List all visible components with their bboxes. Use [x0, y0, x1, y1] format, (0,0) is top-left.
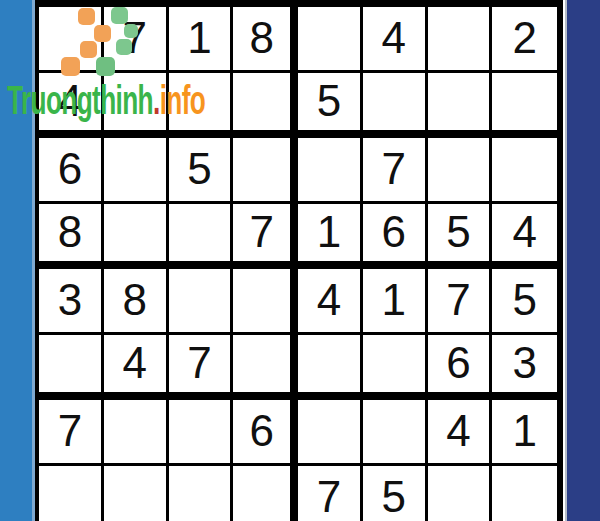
cell-r8c4 — [233, 466, 298, 521]
cell-r5c3 — [169, 269, 234, 335]
watermark-text: Truongthinh.info — [7, 77, 205, 124]
logo-square-green-4 — [96, 57, 115, 76]
cell-r7c3 — [169, 400, 234, 466]
cell-r7c2 — [104, 400, 169, 466]
cell-r7c7: 4 — [428, 400, 493, 466]
cell-r8c1 — [39, 466, 104, 521]
logo-square-green-3 — [116, 39, 132, 55]
logo-square-orange-3 — [80, 41, 97, 58]
cell-r5c2: 8 — [104, 269, 169, 335]
cell-r8c8 — [492, 466, 557, 521]
cell-r4c2 — [104, 204, 169, 270]
cell-r3c4 — [233, 138, 298, 204]
watermark-tld: info — [160, 77, 206, 123]
cell-r8c2 — [104, 466, 169, 521]
cell-r5c4 — [233, 269, 298, 335]
cell-r4c8: 4 — [492, 204, 557, 270]
logo-square-orange-4 — [61, 57, 80, 76]
cell-r3c3: 5 — [169, 138, 234, 204]
cell-r4c6: 6 — [363, 204, 428, 270]
logo-square-orange-1 — [78, 8, 95, 25]
logo-square-green-2 — [124, 24, 138, 38]
cell-r7c5 — [298, 400, 363, 466]
cell-r6c5 — [298, 335, 363, 401]
cell-r5c8: 5 — [492, 269, 557, 335]
cell-r6c3: 7 — [169, 335, 234, 401]
cell-r8c6: 5 — [363, 466, 428, 521]
cell-r6c8: 3 — [492, 335, 557, 401]
cell-r1c8: 2 — [492, 7, 557, 73]
cell-r1c3: 1 — [169, 7, 234, 73]
cell-r6c2: 4 — [104, 335, 169, 401]
cell-r3c7 — [428, 138, 493, 204]
cell-r1c4: 8 — [233, 7, 298, 73]
cell-r6c4 — [233, 335, 298, 401]
cell-r2c8 — [492, 73, 557, 139]
logo-square-green-1 — [111, 7, 128, 24]
cell-r2c4 — [233, 73, 298, 139]
cell-r7c1: 7 — [39, 400, 104, 466]
cell-r4c1: 8 — [39, 204, 104, 270]
cell-r4c7: 5 — [428, 204, 493, 270]
cell-r5c5: 4 — [298, 269, 363, 335]
cell-r5c6: 1 — [363, 269, 428, 335]
cell-r4c4: 7 — [233, 204, 298, 270]
cell-r8c3 — [169, 466, 234, 521]
watermark-site-name: Truongthinh — [7, 77, 153, 123]
cell-r3c6: 7 — [363, 138, 428, 204]
cell-r3c1: 6 — [39, 138, 104, 204]
cell-r1c7 — [428, 7, 493, 73]
cell-r2c6 — [363, 73, 428, 139]
cell-r1c5 — [298, 7, 363, 73]
cell-r6c7: 6 — [428, 335, 493, 401]
cell-r4c5: 1 — [298, 204, 363, 270]
cell-r7c6 — [363, 400, 428, 466]
screenshot-root: 71842456578716543841754763764175 Truongt… — [0, 0, 600, 521]
right-navy-strip — [565, 0, 600, 521]
cell-r4c3 — [169, 204, 234, 270]
logo-square-orange-2 — [94, 25, 111, 42]
cell-r2c7 — [428, 73, 493, 139]
cell-r6c1 — [39, 335, 104, 401]
cell-r3c2 — [104, 138, 169, 204]
cell-r8c7 — [428, 466, 493, 521]
cell-r8c5: 7 — [298, 466, 363, 521]
cell-r6c6 — [363, 335, 428, 401]
cell-r5c7: 7 — [428, 269, 493, 335]
cell-r7c8: 1 — [492, 400, 557, 466]
cell-r1c6: 4 — [363, 7, 428, 73]
cell-r3c8 — [492, 138, 557, 204]
cell-r2c5: 5 — [298, 73, 363, 139]
cell-r7c4: 6 — [233, 400, 298, 466]
cell-r5c1: 3 — [39, 269, 104, 335]
cell-r3c5 — [298, 138, 363, 204]
